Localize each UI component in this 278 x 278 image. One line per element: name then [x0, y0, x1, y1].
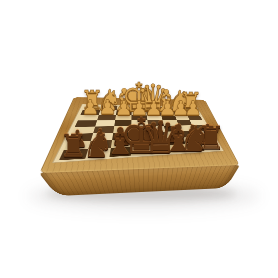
piece-light-pawn-h2[interactable]: ♟	[81, 97, 99, 117]
piece-dark-rook-a8[interactable]: ♜	[197, 122, 225, 154]
piece-light-pawn-a2[interactable]: ♟	[184, 98, 202, 118]
chess-set-photo: ♜♞♝♚♛♝♞♜♟♟♟♟♟♟♟♟♟♟♟♟♟♟♟♟♜♞♝♚♛♝♞♜	[0, 0, 278, 278]
pieces-layer: ♜♞♝♚♛♝♞♜♟♟♟♟♟♟♟♟♟♟♟♟♟♟♟♟♜♞♝♚♛♝♞♜	[0, 0, 278, 278]
